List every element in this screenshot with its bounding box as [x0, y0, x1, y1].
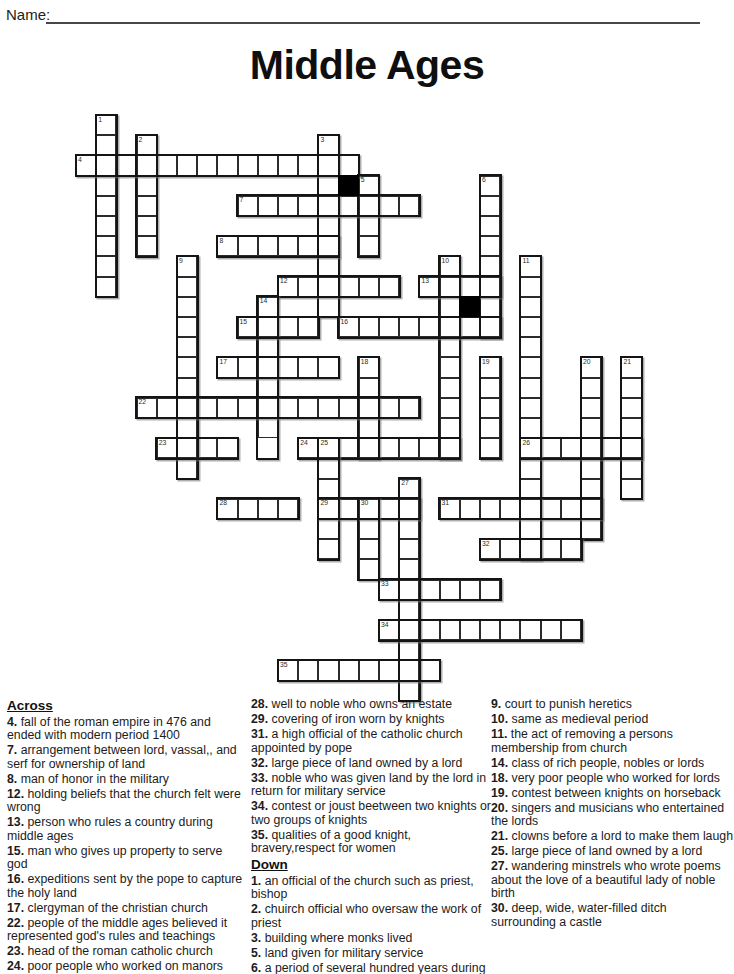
clue-25: 25. large piece of land owned by a lord [491, 845, 733, 859]
grid-cell[interactable] [177, 297, 197, 317]
grid-cell[interactable] [177, 155, 197, 175]
grid-cell[interactable] [399, 438, 419, 458]
grid-cell[interactable] [419, 620, 439, 640]
grid-cell[interactable] [217, 357, 237, 377]
grid-cell[interactable] [399, 600, 419, 620]
grid-cell[interactable] [339, 660, 359, 680]
grid-cell[interactable] [440, 317, 460, 337]
clue-19: 19. contest between knights on horseback [491, 787, 733, 801]
grid-cell[interactable] [581, 438, 601, 458]
grid-cell[interactable] [258, 317, 278, 337]
clue-number-6: 6. [251, 961, 265, 974]
grid-cell[interactable] [399, 196, 419, 216]
grid-cell[interactable] [318, 499, 338, 519]
grid-cell[interactable] [278, 357, 298, 377]
grid-cell[interactable] [440, 277, 460, 297]
grid-cell[interactable] [157, 398, 177, 418]
grid-cell[interactable] [318, 479, 338, 499]
grid-cell[interactable] [318, 216, 338, 236]
grid-cell[interactable] [581, 357, 601, 377]
clue-33: 33. noble who was given land by the lord… [251, 772, 497, 799]
name-label: Name: [6, 6, 50, 23]
grid-cell[interactable] [621, 398, 641, 418]
grid-cell[interactable] [399, 640, 419, 660]
clue-3: 3. building where monks lived [251, 932, 497, 946]
clue-2: 2. chuirch official who oversaw the work… [251, 903, 497, 930]
clue-number-21: 21. [491, 829, 512, 843]
grid-cell[interactable] [318, 155, 338, 175]
grid-cell[interactable] [621, 378, 641, 398]
grid-cell[interactable] [137, 155, 157, 175]
grid-cell[interactable] [520, 539, 540, 559]
grid-cell[interactable] [359, 499, 379, 519]
grid-cell[interactable] [520, 378, 540, 398]
grid-cell[interactable] [359, 236, 379, 256]
clue-number-10: 10. [491, 712, 512, 726]
grid-cell[interactable] [96, 135, 116, 155]
clue-27: 27. wandering minstrels who wrote poems … [491, 860, 733, 901]
grid-cell[interactable] [379, 499, 399, 519]
clue-28: 28. well to noble who owns an estate [251, 698, 497, 712]
grid-cell[interactable] [440, 256, 460, 276]
grid-cell[interactable] [500, 539, 520, 559]
grid-cell[interactable] [177, 438, 197, 458]
clue-number-2: 2. [251, 902, 265, 916]
grid-cell[interactable] [359, 357, 379, 377]
grid-cell[interactable] [359, 398, 379, 418]
grid-cell[interactable] [520, 357, 540, 377]
grid-cell[interactable] [520, 620, 540, 640]
grid-cell[interactable] [258, 398, 278, 418]
grid-cell[interactable] [480, 256, 500, 276]
page-title: Middle Ages [0, 42, 734, 89]
grid-cell[interactable] [96, 155, 116, 175]
grid-cell[interactable] [318, 256, 338, 276]
grid-cell[interactable] [480, 297, 500, 317]
clue-number-29: 29. [251, 712, 272, 726]
clue-6: 6. a period of several hundred years dur… [251, 962, 497, 974]
grid-cell[interactable] [379, 660, 399, 680]
grid-cell[interactable] [399, 681, 419, 701]
grid-cell[interactable] [177, 418, 197, 438]
grid-cell[interactable] [520, 398, 540, 418]
grid-cell[interactable] [217, 499, 237, 519]
clue-29: 29. covering of iron worn by knights [251, 713, 497, 727]
clue-12: 12. holding beliefs that the church felt… [7, 788, 243, 815]
grid-cell[interactable] [601, 438, 621, 458]
clue-number-19: 19. [491, 786, 512, 800]
crossword-grid: 1234567891011121314151617181920212223242… [76, 115, 642, 701]
grid-cell[interactable] [480, 418, 500, 438]
grid-cell[interactable] [379, 438, 399, 458]
grid-cell[interactable] [318, 357, 338, 377]
grid-cell[interactable] [440, 297, 460, 317]
grid-cell[interactable] [379, 620, 399, 640]
grid-cell[interactable] [116, 155, 136, 175]
grid-cell[interactable] [520, 317, 540, 337]
grid-cell[interactable] [581, 458, 601, 478]
grid-cell[interactable] [278, 398, 298, 418]
clue-number-15: 15. [7, 844, 28, 858]
grid-cell[interactable] [379, 277, 399, 297]
grid-cell[interactable] [137, 398, 157, 418]
grid-cell[interactable] [520, 519, 540, 539]
grid-cell[interactable] [238, 236, 258, 256]
grid-cell[interactable] [197, 155, 217, 175]
grid-cell[interactable] [339, 317, 359, 337]
grid-cell[interactable] [258, 337, 278, 357]
grid-cell[interactable] [258, 236, 278, 256]
grid-cell[interactable] [96, 196, 116, 216]
grid-cell[interactable] [157, 438, 177, 458]
clue-number-9: 9. [491, 697, 505, 711]
grid-cell[interactable] [379, 196, 399, 216]
grid-cell[interactable] [399, 317, 419, 337]
grid-cell[interactable] [440, 418, 460, 438]
grid-cell[interactable] [379, 398, 399, 418]
grid-cell[interactable] [318, 277, 338, 297]
grid-cell[interactable] [278, 317, 298, 337]
grid-cell[interactable] [460, 317, 480, 337]
clue-number-28: 28. [251, 697, 272, 711]
clue-number-33: 33. [251, 771, 272, 785]
grid-cell[interactable] [177, 317, 197, 337]
clue-number-1: 1. [251, 874, 265, 888]
grid-cell[interactable] [339, 398, 359, 418]
clue-21: 21. clowns before a lord to make them la… [491, 830, 733, 844]
grid-cell[interactable] [399, 559, 419, 579]
grid-cell[interactable] [520, 337, 540, 357]
grid-cell[interactable] [217, 236, 237, 256]
grid-cell[interactable] [339, 438, 359, 458]
grid-cell[interactable] [238, 155, 258, 175]
clue-number-5: 5. [251, 946, 265, 960]
clue-number-24: 24. [7, 959, 28, 973]
grid-cell[interactable] [419, 277, 439, 297]
grid-cell[interactable] [359, 539, 379, 559]
clue-15: 15. man who gives up property to serve g… [7, 845, 243, 872]
grid-cell[interactable] [480, 357, 500, 377]
grid-cell[interactable] [480, 176, 500, 196]
grid-cell[interactable] [480, 499, 500, 519]
grid-cell[interactable] [96, 277, 116, 297]
grid-cell[interactable] [399, 539, 419, 559]
grid-cell[interactable] [399, 519, 419, 539]
grid-cell[interactable] [359, 438, 379, 458]
clue-number-16: 16. [7, 872, 28, 886]
clue-14: 14. class of rich people, nobles or lord… [491, 757, 733, 771]
grid-cell[interactable] [399, 580, 419, 600]
grid-cell[interactable] [561, 539, 581, 559]
down-heading: Down [251, 857, 497, 872]
grid-cell[interactable] [399, 660, 419, 680]
name-input-line[interactable] [46, 5, 700, 24]
clue-20: 20. singers and musicians who entertaine… [491, 802, 733, 829]
clue-number-22: 22. [7, 916, 28, 930]
grid-cell[interactable] [359, 216, 379, 236]
grid-cell[interactable] [197, 398, 217, 418]
grid-cell[interactable] [581, 499, 601, 519]
grid-cell[interactable] [480, 539, 500, 559]
grid-cell[interactable] [359, 196, 379, 216]
grid-cell[interactable] [419, 317, 439, 337]
clues-column-left: Across4. fall of the roman empire in 476… [7, 698, 243, 974]
grid-cell[interactable] [520, 418, 540, 438]
grid-cell[interactable] [379, 317, 399, 337]
grid-cell[interactable] [359, 378, 379, 398]
clue-4: 4. fall of the roman empire in 476 and e… [7, 716, 243, 743]
grid-cell[interactable] [238, 357, 258, 377]
grid-cell[interactable] [258, 357, 278, 377]
grid-cell[interactable] [157, 155, 177, 175]
grid-cell[interactable] [561, 438, 581, 458]
grid-cell[interactable] [419, 438, 439, 458]
grid-cell[interactable] [278, 660, 298, 680]
grid-cell[interactable] [359, 317, 379, 337]
grid-cell[interactable] [238, 317, 258, 337]
grid-cell[interactable] [480, 398, 500, 418]
clue-5: 5. land given for military service [251, 947, 497, 961]
grid-cell[interactable] [96, 256, 116, 276]
clue-number-4: 4. [7, 715, 21, 729]
grid-cell[interactable] [480, 378, 500, 398]
grid-cell[interactable] [581, 519, 601, 539]
clue-13: 13. person who rules a country during mi… [7, 816, 243, 843]
grid-cell[interactable] [480, 196, 500, 216]
grid-cell[interactable] [621, 438, 641, 458]
grid-cell[interactable] [581, 398, 601, 418]
grid-cell[interactable] [318, 176, 338, 196]
grid-cell[interactable] [298, 398, 318, 418]
clue-number-17: 17. [7, 901, 28, 915]
grid-cell[interactable] [318, 236, 338, 256]
grid-cell[interactable] [278, 155, 298, 175]
grid-cell[interactable] [541, 539, 561, 559]
grid-cell[interactable] [541, 499, 561, 519]
grid-cell[interactable] [298, 196, 318, 216]
grid-cell[interactable] [96, 236, 116, 256]
clue-number-14: 14. [491, 756, 512, 770]
grid-cell[interactable] [500, 499, 520, 519]
grid-cell[interactable] [359, 176, 379, 196]
grid-cell[interactable] [137, 176, 157, 196]
grid-cell[interactable] [399, 620, 419, 640]
clue-16: 16. expeditions sent by the pope to capt… [7, 873, 243, 900]
grid-cell[interactable] [621, 357, 641, 377]
grid-cell[interactable] [217, 398, 237, 418]
grid-cell[interactable] [258, 499, 278, 519]
grid-cell[interactable] [520, 458, 540, 478]
grid-cell[interactable] [460, 580, 480, 600]
grid-cell[interactable] [96, 216, 116, 236]
grid-cell[interactable] [520, 499, 540, 519]
grid-cell[interactable] [541, 438, 561, 458]
grid-cell[interactable] [318, 398, 338, 418]
clue-number-18: 18. [491, 771, 512, 785]
grid-cell[interactable] [621, 479, 641, 499]
grid-cell[interactable] [480, 620, 500, 640]
across-heading: Across [7, 698, 243, 713]
grid-cell[interactable] [238, 196, 258, 216]
grid-cell[interactable] [440, 580, 460, 600]
grid-cell[interactable] [460, 277, 480, 297]
black-cell-overlay [459, 296, 480, 317]
grid-cell[interactable] [480, 580, 500, 600]
grid-cell[interactable] [318, 135, 338, 155]
grid-cell[interactable] [520, 438, 540, 458]
grid-cell[interactable] [359, 660, 379, 680]
grid-cell[interactable] [581, 418, 601, 438]
grid-cell[interactable] [359, 277, 379, 297]
clue-31: 31. a high official of the catholic chur… [251, 728, 497, 755]
grid-cell[interactable] [298, 438, 318, 458]
grid-cell[interactable] [359, 418, 379, 438]
clue-number-23: 23. [7, 944, 28, 958]
grid-cell[interactable] [96, 176, 116, 196]
clue-32: 32. large piece of land owned by a lord [251, 757, 497, 771]
grid-cell[interactable] [137, 216, 157, 236]
black-cell-overlay [338, 175, 359, 196]
grid-cell[interactable] [359, 519, 379, 539]
grid-cell[interactable] [440, 398, 460, 418]
grid-cell[interactable] [379, 580, 399, 600]
grid-cell[interactable] [581, 479, 601, 499]
grid-cell[interactable] [561, 499, 581, 519]
grid-cell[interactable] [480, 438, 500, 458]
grid-cell[interactable] [177, 458, 197, 478]
grid-cell[interactable] [258, 418, 278, 438]
clue-number-32: 32. [251, 756, 272, 770]
grid-cell[interactable] [621, 418, 641, 438]
grid-cell[interactable] [258, 378, 278, 398]
grid-cell[interactable] [480, 236, 500, 256]
grid-cell[interactable] [419, 580, 439, 600]
grid-cell[interactable] [298, 317, 318, 337]
clue-number-7: 7. [7, 743, 21, 757]
grid-cell[interactable] [197, 438, 217, 458]
grid-cell[interactable] [177, 277, 197, 297]
grid-cell[interactable] [298, 660, 318, 680]
clue-number-12: 12. [7, 787, 28, 801]
grid-cell[interactable] [561, 620, 581, 640]
grid-cell[interactable] [399, 398, 419, 418]
grid-cell[interactable] [238, 398, 258, 418]
clue-number-3: 3. [251, 931, 265, 945]
grid-cell[interactable] [278, 236, 298, 256]
grid-cell[interactable] [137, 236, 157, 256]
grid-cell[interactable] [137, 135, 157, 155]
grid-cell[interactable] [339, 155, 359, 175]
clue-8: 8. man of honor in the military [7, 773, 243, 787]
clue-number-34: 34. [251, 799, 272, 813]
grid-cell[interactable] [520, 277, 540, 297]
grid-cell[interactable] [137, 196, 157, 216]
grid-cell[interactable] [318, 519, 338, 539]
grid-cell[interactable] [177, 378, 197, 398]
grid-cell[interactable] [298, 277, 318, 297]
grid-cell[interactable] [96, 115, 116, 135]
clue-number-13: 13. [7, 815, 28, 829]
clue-11: 11. the act of removing a persons member… [491, 728, 733, 755]
grid-cell[interactable] [76, 155, 96, 175]
grid-cell[interactable] [520, 297, 540, 317]
clue-number-27: 27. [491, 859, 512, 873]
grid-cell[interactable] [258, 196, 278, 216]
grid-cell[interactable] [440, 620, 460, 640]
grid-cell[interactable] [399, 479, 419, 499]
grid-cell[interactable] [298, 236, 318, 256]
grid-cell[interactable] [217, 438, 237, 458]
grid-cell[interactable] [177, 337, 197, 357]
grid-cell[interactable] [520, 256, 540, 276]
grid-cell[interactable] [318, 539, 338, 559]
grid-cell[interactable] [298, 357, 318, 377]
grid-cell[interactable] [480, 317, 500, 337]
grid-cell[interactable] [318, 660, 338, 680]
grid-cell[interactable] [440, 337, 460, 357]
grid-cell[interactable] [278, 277, 298, 297]
grid-cell[interactable] [520, 479, 540, 499]
clue-23: 23. head of the roman catholic church [7, 945, 243, 959]
grid-cell[interactable] [258, 297, 278, 317]
grid-cell[interactable] [278, 499, 298, 519]
clue-number-20: 20. [491, 801, 512, 815]
grid-cell[interactable] [318, 196, 338, 216]
grid-cell[interactable] [541, 620, 561, 640]
clue-24: 24. poor people who worked on manors [7, 960, 243, 974]
clue-22: 22. people of the middle ages believed i… [7, 917, 243, 944]
grid-cell[interactable] [399, 499, 419, 519]
clue-number-35: 35. [251, 828, 272, 842]
clues-column-middle: 28. well to noble who owns an estate29. … [251, 698, 497, 974]
grid-cell[interactable] [359, 559, 379, 579]
clues-column-right: 9. court to punish heretics10. same as m… [491, 698, 733, 931]
grid-cell[interactable] [318, 438, 338, 458]
grid-cell[interactable] [318, 297, 338, 317]
grid-cell[interactable] [440, 378, 460, 398]
grid-cell[interactable] [339, 196, 359, 216]
grid-cell[interactable] [581, 378, 601, 398]
clue-30: 30. deep, wide, water-filled ditch surro… [491, 902, 733, 929]
clue-number-25: 25. [491, 844, 512, 858]
grid-cell[interactable] [339, 277, 359, 297]
grid-cell[interactable] [419, 660, 439, 680]
grid-cell[interactable] [238, 499, 258, 519]
grid-cell[interactable] [318, 458, 338, 478]
clue-7: 7. arrangement between lord, vassal,, an… [7, 744, 243, 771]
grid-cell[interactable] [440, 438, 460, 458]
grid-cell[interactable] [480, 216, 500, 236]
grid-cell[interactable] [500, 620, 520, 640]
grid-cell[interactable] [460, 620, 480, 640]
grid-cell[interactable] [177, 398, 197, 418]
grid-cell[interactable] [460, 499, 480, 519]
clue-number-31: 31. [251, 727, 272, 741]
grid-cell[interactable] [217, 155, 237, 175]
grid-cell[interactable] [177, 357, 197, 377]
grid-cell[interactable] [339, 499, 359, 519]
grid-cell[interactable] [440, 499, 460, 519]
grid-cell[interactable] [621, 458, 641, 478]
grid-cell[interactable] [258, 155, 278, 175]
grid-cell[interactable] [480, 277, 500, 297]
grid-cell[interactable] [440, 357, 460, 377]
grid-cell[interactable] [298, 155, 318, 175]
clue-10: 10. same as medieval period [491, 713, 733, 727]
grid-cell[interactable] [278, 196, 298, 216]
grid-cell[interactable] [177, 256, 197, 276]
clue-34: 34. contest or joust beetween two knight… [251, 800, 497, 827]
